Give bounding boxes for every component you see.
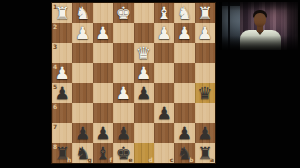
square-f7[interactable]: ♟ [93, 123, 113, 143]
square-e1[interactable]: ♚ [113, 3, 133, 23]
webcam-overlay [219, 2, 298, 50]
square-e7[interactable]: ♟ [113, 123, 133, 143]
file-label-e: e [128, 156, 132, 163]
file-label-d: d [149, 156, 153, 163]
piece-wQ-d3[interactable]: ♛ [136, 43, 151, 63]
piece-wB-c1[interactable]: ♝ [156, 3, 171, 23]
file-label-f: f [110, 156, 113, 163]
square-h3[interactable]: 3 [52, 43, 72, 63]
square-h5[interactable]: 5♟ [52, 83, 72, 103]
square-g7[interactable]: ♟ [72, 123, 92, 143]
piece-wR-a1[interactable]: ♜ [197, 3, 212, 23]
piece-bP-b7[interactable]: ♟ [177, 123, 192, 143]
rank-label-3: 3 [53, 43, 57, 50]
square-h4[interactable]: 4♟ [52, 63, 72, 83]
piece-wP-d4[interactable]: ♟ [136, 63, 151, 83]
square-f3[interactable] [93, 43, 113, 63]
square-a7[interactable]: ♟ [195, 123, 215, 143]
square-d4[interactable]: ♟ [134, 63, 154, 83]
square-g3[interactable] [72, 43, 92, 63]
square-g4[interactable] [72, 63, 92, 83]
square-d6[interactable] [134, 103, 154, 123]
square-b3[interactable] [174, 43, 194, 63]
square-h6[interactable]: 6 [52, 103, 72, 123]
square-h8[interactable]: 8h♜ [52, 143, 72, 163]
rank-label-7: 7 [53, 123, 57, 130]
square-e5[interactable]: ♟ [113, 83, 133, 103]
rank-label-4: 4 [53, 63, 57, 70]
square-a3[interactable] [195, 43, 215, 63]
piece-wP-g2[interactable]: ♟ [75, 23, 90, 43]
square-c3[interactable] [154, 43, 174, 63]
piece-wP-f2[interactable]: ♟ [95, 23, 110, 43]
piece-wP-c2[interactable]: ♟ [156, 23, 171, 43]
piece-bP-e7[interactable]: ♟ [116, 123, 131, 143]
square-a1[interactable]: ♜ [195, 3, 215, 23]
square-e2[interactable] [113, 23, 133, 43]
square-d1[interactable] [134, 3, 154, 23]
square-a8[interactable]: a♜ [195, 143, 215, 163]
piece-bP-c6[interactable]: ♟ [156, 103, 171, 123]
square-a5[interactable]: ♛ [195, 83, 215, 103]
square-c6[interactable]: ♟ [154, 103, 174, 123]
square-b4[interactable] [174, 63, 194, 83]
screen: 1♜♞♚♝♞♜2♟♟♟♟♟3♛4♟♟5♟♟♟♛6♟7♟♟♟♟♟8h♜g♞f♝e♚… [0, 0, 300, 168]
file-label-c: c [170, 156, 174, 163]
square-b5[interactable] [174, 83, 194, 103]
square-g5[interactable] [72, 83, 92, 103]
square-b7[interactable]: ♟ [174, 123, 194, 143]
square-f1[interactable] [93, 3, 113, 23]
square-c5[interactable] [154, 83, 174, 103]
square-h7[interactable]: 7 [52, 123, 72, 143]
square-g1[interactable]: ♞ [72, 3, 92, 23]
square-a4[interactable] [195, 63, 215, 83]
square-a2[interactable]: ♟ [195, 23, 215, 43]
square-e4[interactable] [113, 63, 133, 83]
square-h2[interactable]: 2 [52, 23, 72, 43]
rank-label-5: 5 [53, 83, 57, 90]
square-b2[interactable]: ♟ [174, 23, 194, 43]
square-f5[interactable] [93, 83, 113, 103]
square-d2[interactable] [134, 23, 154, 43]
rank-label-6: 6 [53, 103, 57, 110]
square-d7[interactable] [134, 123, 154, 143]
piece-bP-a7[interactable]: ♟ [197, 123, 212, 143]
square-g2[interactable]: ♟ [72, 23, 92, 43]
file-label-a: a [210, 156, 214, 163]
square-h1[interactable]: 1♜ [52, 3, 72, 23]
piece-wP-e5[interactable]: ♟ [116, 83, 131, 103]
square-e3[interactable] [113, 43, 133, 63]
square-a6[interactable] [195, 103, 215, 123]
piece-wN-b1[interactable]: ♞ [177, 3, 192, 23]
square-e6[interactable] [113, 103, 133, 123]
rank-label-2: 2 [53, 23, 57, 30]
piece-wP-a2[interactable]: ♟ [197, 23, 212, 43]
webcam-vignette [219, 2, 298, 50]
square-c8[interactable]: c [154, 143, 174, 163]
square-b1[interactable]: ♞ [174, 3, 194, 23]
piece-bP-d5[interactable]: ♟ [136, 83, 151, 103]
square-d8[interactable]: d [134, 143, 154, 163]
square-b8[interactable]: b♞ [174, 143, 194, 163]
square-f6[interactable] [93, 103, 113, 123]
rank-label-8: 8 [53, 143, 57, 150]
file-label-b: b [189, 156, 193, 163]
rank-label-1: 1 [53, 3, 57, 10]
piece-wK-e1[interactable]: ♚ [116, 3, 131, 23]
square-c2[interactable]: ♟ [154, 23, 174, 43]
square-d3[interactable]: ♛ [134, 43, 154, 63]
square-b6[interactable] [174, 103, 194, 123]
square-c4[interactable] [154, 63, 174, 83]
piece-wN-g1[interactable]: ♞ [75, 3, 90, 23]
piece-wP-b2[interactable]: ♟ [177, 23, 192, 43]
square-d5[interactable]: ♟ [134, 83, 154, 103]
square-c1[interactable]: ♝ [154, 3, 174, 23]
piece-bB-f8[interactable]: ♝ [95, 143, 110, 163]
square-f8[interactable]: f♝ [93, 143, 113, 163]
chess-board: 1♜♞♚♝♞♜2♟♟♟♟♟3♛4♟♟5♟♟♟♛6♟7♟♟♟♟♟8h♜g♞f♝e♚… [52, 3, 215, 163]
square-e8[interactable]: e♚ [113, 143, 133, 163]
square-f4[interactable] [93, 63, 113, 83]
square-g8[interactable]: g♞ [72, 143, 92, 163]
piece-bP-g7[interactable]: ♟ [75, 123, 90, 143]
file-label-h: h [67, 156, 71, 163]
square-f2[interactable]: ♟ [93, 23, 113, 43]
file-label-g: g [87, 156, 91, 163]
square-c7[interactable] [154, 123, 174, 143]
square-g6[interactable] [72, 103, 92, 123]
piece-bP-f7[interactable]: ♟ [95, 123, 110, 143]
piece-bQ-a5[interactable]: ♛ [197, 83, 212, 103]
